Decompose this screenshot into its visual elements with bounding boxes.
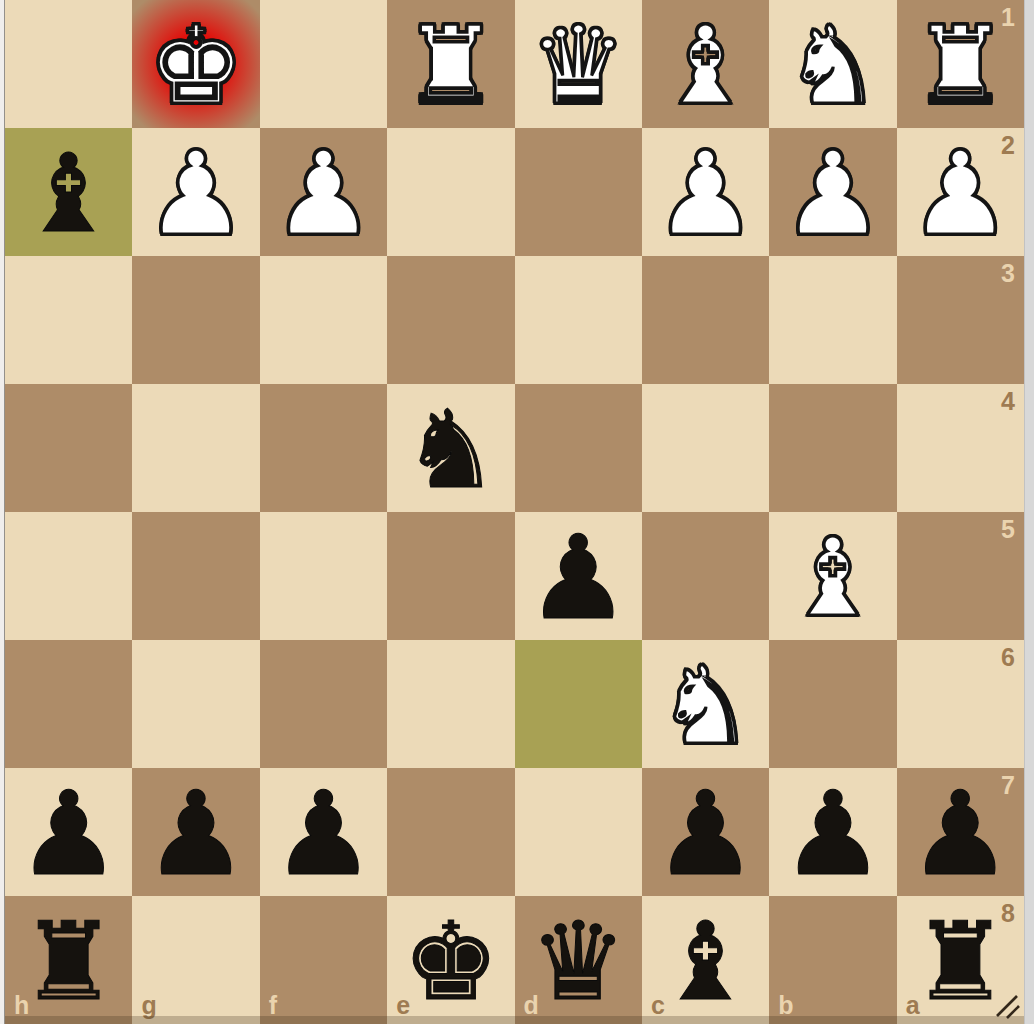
square-c6[interactable]: ♞ (642, 640, 769, 768)
square-c2[interactable]: ♟ (642, 128, 769, 256)
square-f7[interactable]: ♟ (260, 768, 387, 896)
white-bishop[interactable]: ♝ (785, 524, 882, 632)
square-b4[interactable] (769, 384, 896, 512)
black-king[interactable]: ♚ (402, 908, 499, 1016)
rank-label: 4 (1001, 389, 1015, 414)
square-a6[interactable]: 6 (897, 640, 1024, 768)
square-h6[interactable] (5, 640, 132, 768)
black-pawn[interactable]: ♟ (781, 776, 885, 892)
square-d3[interactable] (515, 256, 642, 384)
white-rook[interactable]: ♜ (402, 12, 499, 120)
square-h1[interactable] (5, 0, 132, 128)
white-pawn[interactable]: ♟ (908, 136, 1012, 252)
square-g7[interactable]: ♟ (132, 768, 259, 896)
square-e3[interactable] (387, 256, 514, 384)
white-pawn[interactable]: ♟ (781, 136, 885, 252)
square-d2[interactable] (515, 128, 642, 256)
square-e5[interactable] (387, 512, 514, 640)
square-c7[interactable]: ♟ (642, 768, 769, 896)
square-e4[interactable]: ♞ (387, 384, 514, 512)
black-queen[interactable]: ♛ (530, 908, 627, 1016)
square-h3[interactable] (5, 256, 132, 384)
square-d7[interactable] (515, 768, 642, 896)
black-pawn[interactable]: ♟ (654, 776, 758, 892)
square-b6[interactable] (769, 640, 896, 768)
square-d8[interactable]: ♛d (515, 896, 642, 1024)
square-h2[interactable]: ♝ (5, 128, 132, 256)
square-f6[interactable] (260, 640, 387, 768)
square-f4[interactable] (260, 384, 387, 512)
square-f1[interactable] (260, 0, 387, 128)
black-pawn[interactable]: ♟ (908, 776, 1012, 892)
page: ♚♜♛♝♞♜1♝♟♟♟♟♟23♞4♟♝5♞6♟♟♟♟♟♟7♜hgf♚e♛d♝cb… (0, 0, 1034, 1024)
square-g6[interactable] (132, 640, 259, 768)
square-e8[interactable]: ♚e (387, 896, 514, 1024)
square-e2[interactable] (387, 128, 514, 256)
square-f3[interactable] (260, 256, 387, 384)
file-label: b (778, 993, 793, 1018)
square-b3[interactable] (769, 256, 896, 384)
square-a2[interactable]: ♟2 (897, 128, 1024, 256)
square-e6[interactable] (387, 640, 514, 768)
square-c3[interactable] (642, 256, 769, 384)
black-pawn[interactable]: ♟ (526, 520, 630, 636)
square-b2[interactable]: ♟ (769, 128, 896, 256)
square-g5[interactable] (132, 512, 259, 640)
square-g3[interactable] (132, 256, 259, 384)
square-c5[interactable] (642, 512, 769, 640)
resize-line-2 (1007, 1006, 1019, 1018)
square-h5[interactable] (5, 512, 132, 640)
rank-label: 6 (1001, 645, 1015, 670)
square-g1[interactable]: ♚ (132, 0, 259, 128)
square-d1[interactable]: ♛ (515, 0, 642, 128)
file-label: g (141, 993, 156, 1018)
resize-line-1 (997, 996, 1017, 1016)
scrollbar[interactable] (1024, 0, 1034, 1024)
white-pawn[interactable]: ♟ (271, 136, 375, 252)
white-rook[interactable]: ♜ (912, 12, 1009, 120)
black-pawn[interactable]: ♟ (144, 776, 248, 892)
square-a7[interactable]: ♟7 (897, 768, 1024, 896)
square-g8[interactable]: g (132, 896, 259, 1024)
rank-label: 3 (1001, 261, 1015, 286)
square-h7[interactable]: ♟ (5, 768, 132, 896)
square-e7[interactable] (387, 768, 514, 896)
square-c1[interactable]: ♝ (642, 0, 769, 128)
square-a5[interactable]: 5 (897, 512, 1024, 640)
black-rook[interactable]: ♜ (20, 908, 117, 1016)
square-g2[interactable]: ♟ (132, 128, 259, 256)
square-d4[interactable] (515, 384, 642, 512)
square-f2[interactable]: ♟ (260, 128, 387, 256)
black-bishop[interactable]: ♝ (20, 140, 117, 248)
white-bishop[interactable]: ♝ (657, 12, 754, 120)
file-label: f (269, 993, 277, 1018)
white-pawn[interactable]: ♟ (654, 136, 758, 252)
square-b7[interactable]: ♟ (769, 768, 896, 896)
white-queen[interactable]: ♛ (530, 12, 627, 120)
square-b1[interactable]: ♞ (769, 0, 896, 128)
square-e1[interactable]: ♜ (387, 0, 514, 128)
square-h4[interactable] (5, 384, 132, 512)
square-c8[interactable]: ♝c (642, 896, 769, 1024)
square-b5[interactable]: ♝ (769, 512, 896, 640)
white-knight[interactable]: ♞ (785, 12, 882, 120)
black-pawn[interactable]: ♟ (271, 776, 375, 892)
square-d5[interactable]: ♟ (515, 512, 642, 640)
black-knight[interactable]: ♞ (402, 396, 499, 504)
square-g4[interactable] (132, 384, 259, 512)
square-a1[interactable]: ♜1 (897, 0, 1024, 128)
rank-label: 5 (1001, 517, 1015, 542)
square-f8[interactable]: f (260, 896, 387, 1024)
square-b8[interactable]: b (769, 896, 896, 1024)
board-resize-handle[interactable] (995, 994, 1021, 1020)
white-knight[interactable]: ♞ (657, 652, 754, 760)
square-h8[interactable]: ♜h (5, 896, 132, 1024)
black-bishop[interactable]: ♝ (657, 908, 754, 1016)
square-c4[interactable] (642, 384, 769, 512)
black-pawn[interactable]: ♟ (17, 776, 121, 892)
white-king[interactable]: ♚ (148, 12, 245, 120)
square-a4[interactable]: 4 (897, 384, 1024, 512)
white-pawn[interactable]: ♟ (144, 136, 248, 252)
square-f5[interactable] (260, 512, 387, 640)
board: ♚♜♛♝♞♜1♝♟♟♟♟♟23♞4♟♝5♞6♟♟♟♟♟♟7♜hgf♚e♛d♝cb… (5, 0, 1024, 1024)
square-d6[interactable] (515, 640, 642, 768)
square-a3[interactable]: 3 (897, 256, 1024, 384)
